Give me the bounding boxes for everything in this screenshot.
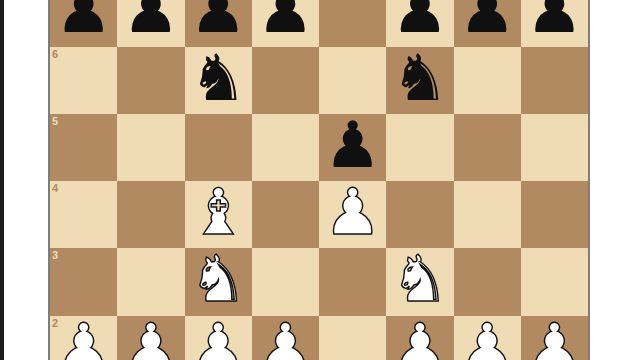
square-c2[interactable]: ♟ <box>185 316 252 360</box>
square-c7[interactable]: ♟ <box>185 0 252 47</box>
black-pawn[interactable]: ♟ <box>324 112 381 179</box>
square-a5[interactable]: 5 <box>50 114 117 181</box>
square-c4[interactable]: ♝ <box>185 181 252 248</box>
black-pawn[interactable]: ♟ <box>391 0 448 44</box>
black-pawn[interactable]: ♟ <box>458 0 515 44</box>
black-knight[interactable]: ♞ <box>189 45 246 112</box>
white-pawn[interactable]: ♟ <box>458 314 515 360</box>
square-f2[interactable]: ♟ <box>386 316 453 360</box>
square-e7[interactable] <box>319 0 386 47</box>
square-h5[interactable] <box>521 114 588 181</box>
square-b4[interactable] <box>117 181 184 248</box>
white-pawn[interactable]: ♟ <box>122 314 179 360</box>
black-pawn[interactable]: ♟ <box>257 0 314 44</box>
square-f7[interactable]: ♟ <box>386 0 453 47</box>
square-f6[interactable]: ♞ <box>386 47 453 114</box>
black-knight[interactable]: ♞ <box>391 45 448 112</box>
square-d6[interactable] <box>252 47 319 114</box>
square-b2[interactable]: ♟ <box>117 316 184 360</box>
square-c5[interactable] <box>185 114 252 181</box>
square-a3[interactable]: 3 <box>50 248 117 315</box>
square-h2[interactable]: ♟ <box>521 316 588 360</box>
square-g4[interactable] <box>454 181 521 248</box>
white-pawn[interactable]: ♟ <box>55 314 112 360</box>
square-d5[interactable] <box>252 114 319 181</box>
white-knight[interactable]: ♞ <box>391 246 448 313</box>
square-g3[interactable] <box>454 248 521 315</box>
square-b6[interactable] <box>117 47 184 114</box>
rank-label-3: 3 <box>52 249 58 261</box>
rank-label-5: 5 <box>52 115 58 127</box>
square-f3[interactable]: ♞ <box>386 248 453 315</box>
white-pawn[interactable]: ♟ <box>257 314 314 360</box>
square-a4[interactable]: 4 <box>50 181 117 248</box>
square-a2[interactable]: 2♟ <box>50 316 117 360</box>
square-h6[interactable] <box>521 47 588 114</box>
window-edge-strip <box>0 0 4 360</box>
square-a7[interactable]: 7♟ <box>50 0 117 47</box>
black-pawn[interactable]: ♟ <box>55 0 112 44</box>
square-b7[interactable]: ♟ <box>117 0 184 47</box>
square-h7[interactable]: ♟ <box>521 0 588 47</box>
square-e2[interactable] <box>319 316 386 360</box>
white-pawn[interactable]: ♟ <box>391 314 448 360</box>
square-g7[interactable]: ♟ <box>454 0 521 47</box>
square-b3[interactable] <box>117 248 184 315</box>
square-e4[interactable]: ♟ <box>319 181 386 248</box>
square-e6[interactable] <box>319 47 386 114</box>
rank-label-6: 6 <box>52 48 58 60</box>
white-bishop[interactable]: ♝ <box>189 179 246 246</box>
white-pawn[interactable]: ♟ <box>189 314 246 360</box>
square-g6[interactable] <box>454 47 521 114</box>
black-pawn[interactable]: ♟ <box>122 0 179 44</box>
page: 87♟♟♟♟♟♟♟6♞♞5♟4♝♟3♞♞2♟♟♟♟♟♟♟1 <box>0 0 640 360</box>
square-f4[interactable] <box>386 181 453 248</box>
white-knight[interactable]: ♞ <box>189 246 246 313</box>
square-g5[interactable] <box>454 114 521 181</box>
black-pawn[interactable]: ♟ <box>526 0 583 44</box>
square-h3[interactable] <box>521 248 588 315</box>
square-c6[interactable]: ♞ <box>185 47 252 114</box>
square-g2[interactable]: ♟ <box>454 316 521 360</box>
square-f5[interactable] <box>386 114 453 181</box>
square-d2[interactable]: ♟ <box>252 316 319 360</box>
square-d3[interactable] <box>252 248 319 315</box>
square-b5[interactable] <box>117 114 184 181</box>
square-d7[interactable]: ♟ <box>252 0 319 47</box>
white-pawn[interactable]: ♟ <box>526 314 583 360</box>
white-pawn[interactable]: ♟ <box>324 179 381 246</box>
square-c3[interactable]: ♞ <box>185 248 252 315</box>
rank-label-4: 4 <box>52 182 58 194</box>
square-e3[interactable] <box>319 248 386 315</box>
square-a6[interactable]: 6 <box>50 47 117 114</box>
chess-board[interactable]: 87♟♟♟♟♟♟♟6♞♞5♟4♝♟3♞♞2♟♟♟♟♟♟♟1 <box>48 0 590 360</box>
square-e5[interactable]: ♟ <box>319 114 386 181</box>
black-pawn[interactable]: ♟ <box>189 0 246 44</box>
square-h4[interactable] <box>521 181 588 248</box>
square-d4[interactable] <box>252 181 319 248</box>
